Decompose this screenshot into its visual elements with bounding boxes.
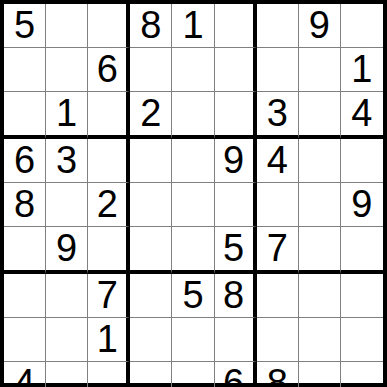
cell-r6c7[interactable]: 7 bbox=[257, 227, 299, 274]
cell-r4c5[interactable] bbox=[172, 139, 214, 183]
cell-r6c4[interactable] bbox=[130, 227, 172, 274]
cell-r4c2[interactable]: 3 bbox=[46, 139, 88, 183]
cell-r1c7[interactable] bbox=[257, 4, 299, 48]
cell-r8c7[interactable] bbox=[257, 318, 299, 362]
cell-r1c4[interactable]: 8 bbox=[130, 4, 172, 48]
cell-r6c9[interactable] bbox=[341, 227, 383, 274]
cell-r5c1[interactable]: 8 bbox=[4, 183, 46, 227]
cell-r1c3[interactable] bbox=[88, 4, 130, 48]
cell-r3c8[interactable] bbox=[299, 92, 341, 139]
cell-r4c7[interactable]: 4 bbox=[257, 139, 299, 183]
cell-r2c2[interactable] bbox=[46, 48, 88, 92]
cell-r7c5[interactable]: 5 bbox=[172, 274, 214, 318]
cell-r7c8[interactable] bbox=[299, 274, 341, 318]
cell-r6c3[interactable] bbox=[88, 227, 130, 274]
cell-r3c2[interactable]: 1 bbox=[46, 92, 88, 139]
cell-r9c9[interactable] bbox=[341, 362, 383, 387]
cell-r4c3[interactable] bbox=[88, 139, 130, 183]
cell-r5c9[interactable]: 9 bbox=[341, 183, 383, 227]
cell-r7c4[interactable] bbox=[130, 274, 172, 318]
cell-r2c9[interactable]: 1 bbox=[341, 48, 383, 92]
cell-r9c4[interactable] bbox=[130, 362, 172, 387]
cell-r7c9[interactable] bbox=[341, 274, 383, 318]
cell-r9c6[interactable]: 6 bbox=[215, 362, 257, 387]
cell-r7c6[interactable]: 8 bbox=[215, 274, 257, 318]
cell-r2c7[interactable] bbox=[257, 48, 299, 92]
cell-r5c8[interactable] bbox=[299, 183, 341, 227]
cell-r9c8[interactable] bbox=[299, 362, 341, 387]
cell-r4c6[interactable]: 9 bbox=[215, 139, 257, 183]
cell-r5c4[interactable] bbox=[130, 183, 172, 227]
cell-r7c7[interactable] bbox=[257, 274, 299, 318]
cell-r3c4[interactable]: 2 bbox=[130, 92, 172, 139]
cell-r3c1[interactable] bbox=[4, 92, 46, 139]
cell-r2c5[interactable] bbox=[172, 48, 214, 92]
cell-r6c5[interactable] bbox=[172, 227, 214, 274]
cell-r5c5[interactable] bbox=[172, 183, 214, 227]
cell-r6c2[interactable]: 9 bbox=[46, 227, 88, 274]
cell-r3c9[interactable]: 4 bbox=[341, 92, 383, 139]
cell-r4c9[interactable] bbox=[341, 139, 383, 183]
cell-r1c2[interactable] bbox=[46, 4, 88, 48]
cell-r5c2[interactable] bbox=[46, 183, 88, 227]
cell-r3c3[interactable] bbox=[88, 92, 130, 139]
cell-r4c1[interactable]: 6 bbox=[4, 139, 46, 183]
cell-r1c1[interactable]: 5 bbox=[4, 4, 46, 48]
cell-r3c7[interactable]: 3 bbox=[257, 92, 299, 139]
cell-r9c2[interactable] bbox=[46, 362, 88, 387]
cell-r2c3[interactable]: 6 bbox=[88, 48, 130, 92]
cell-r3c5[interactable] bbox=[172, 92, 214, 139]
cell-r1c8[interactable]: 9 bbox=[299, 4, 341, 48]
cell-r6c1[interactable] bbox=[4, 227, 46, 274]
cell-r1c9[interactable] bbox=[341, 4, 383, 48]
cell-r5c6[interactable] bbox=[215, 183, 257, 227]
cell-r8c1[interactable] bbox=[4, 318, 46, 362]
cell-r2c6[interactable] bbox=[215, 48, 257, 92]
cell-r5c3[interactable]: 2 bbox=[88, 183, 130, 227]
cell-r4c4[interactable] bbox=[130, 139, 172, 183]
cell-r8c8[interactable] bbox=[299, 318, 341, 362]
cell-r8c6[interactable] bbox=[215, 318, 257, 362]
cell-r7c1[interactable] bbox=[4, 274, 46, 318]
cell-r8c2[interactable] bbox=[46, 318, 88, 362]
cell-r8c3[interactable]: 1 bbox=[88, 318, 130, 362]
cell-r2c8[interactable] bbox=[299, 48, 341, 92]
cell-r8c5[interactable] bbox=[172, 318, 214, 362]
cell-r1c6[interactable] bbox=[215, 4, 257, 48]
cell-r1c5[interactable]: 1 bbox=[172, 4, 214, 48]
cell-r9c7[interactable]: 8 bbox=[257, 362, 299, 387]
cell-r4c8[interactable] bbox=[299, 139, 341, 183]
cell-r2c4[interactable] bbox=[130, 48, 172, 92]
cell-r7c2[interactable] bbox=[46, 274, 88, 318]
cell-r5c7[interactable] bbox=[257, 183, 299, 227]
cell-r3c6[interactable] bbox=[215, 92, 257, 139]
cell-r9c1[interactable]: 4 bbox=[4, 362, 46, 387]
cell-r7c3[interactable]: 7 bbox=[88, 274, 130, 318]
cell-r2c1[interactable] bbox=[4, 48, 46, 92]
cell-r8c4[interactable] bbox=[130, 318, 172, 362]
cell-r8c9[interactable] bbox=[341, 318, 383, 362]
sudoku-board: 581961123463948299577581468 bbox=[0, 0, 387, 387]
cell-r6c6[interactable]: 5 bbox=[215, 227, 257, 274]
cell-r6c8[interactable] bbox=[299, 227, 341, 274]
cell-r9c3[interactable] bbox=[88, 362, 130, 387]
cell-r9c5[interactable] bbox=[172, 362, 214, 387]
